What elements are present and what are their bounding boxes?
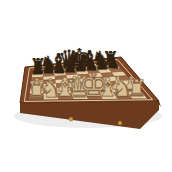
pieces-layer: ♜♞♝♛♚♝♞♜♟♟♟♟♟♟♟♟♟♟♟♟♟♟♟♟♜♞♝♛♚♝♞♜ (0, 0, 172, 172)
piece-black-pawn[interactable]: ♟ (106, 55, 120, 71)
piece-white-rook[interactable]: ♜ (127, 78, 147, 100)
chess-set-photo: ♜♞♝♛♚♝♞♜♟♟♟♟♟♟♟♟♟♟♟♟♟♟♟♟♜♞♝♛♚♝♞♜ (0, 0, 172, 172)
